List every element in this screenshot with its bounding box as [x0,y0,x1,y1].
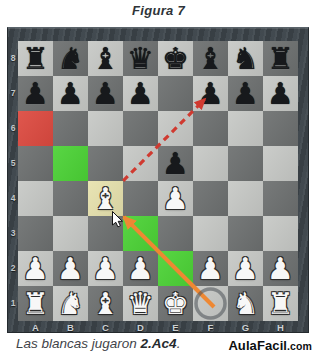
rank-label-5: 5 [8,146,18,181]
piece-black-pawn: ♟ [53,76,88,111]
brand-logo: AulaFacil.com [228,338,312,353]
square-e8[interactable]: ♚ [158,41,193,76]
piece-black-pawn: ♟ [18,76,53,111]
figure: Figura 7 87654321 ♜♞♝♛♚♝♞♜♟♟♟♟♟♟♟♟♝♟♟♟♟♟… [0,0,317,355]
square-g3[interactable] [228,216,263,251]
file-label-c: C [88,322,123,334]
square-f5[interactable] [193,146,228,181]
square-c1[interactable]: ♝ [88,286,123,321]
piece-black-rook: ♜ [18,41,53,76]
file-label-e: E [158,322,193,334]
piece-white-knight: ♞ [53,286,88,321]
piece-white-king: ♚ [158,286,193,321]
square-b6[interactable] [53,111,88,146]
square-f1[interactable] [193,286,228,321]
square-e7[interactable] [158,76,193,111]
square-e3[interactable] [158,216,193,251]
piece-white-pawn: ♟ [158,181,193,216]
square-h4[interactable] [263,181,298,216]
square-f7[interactable]: ♟ [193,76,228,111]
square-g2[interactable]: ♟ [228,251,263,286]
brand-name: AulaFacil [228,338,287,353]
rank-label-2: 2 [8,251,18,286]
square-g7[interactable]: ♟ [228,76,263,111]
square-g1[interactable]: ♞ [228,286,263,321]
file-label-f: F [193,322,228,334]
square-c4[interactable]: ♝ [88,181,123,216]
piece-white-queen: ♛ [123,286,158,321]
square-b2[interactable]: ♟ [53,251,88,286]
piece-black-bishop: ♝ [88,41,123,76]
piece-black-pawn: ♟ [88,76,123,111]
piece-white-pawn: ♟ [53,251,88,286]
square-g8[interactable]: ♞ [228,41,263,76]
rank-label-3: 3 [8,216,18,251]
square-f3[interactable] [193,216,228,251]
square-d7[interactable]: ♟ [123,76,158,111]
square-h8[interactable]: ♜ [263,41,298,76]
square-f6[interactable] [193,111,228,146]
square-c7[interactable]: ♟ [88,76,123,111]
piece-black-queen: ♛ [123,41,158,76]
square-b5[interactable] [53,146,88,181]
piece-black-pawn: ♟ [193,76,228,111]
square-h6[interactable] [263,111,298,146]
caption-move: 2.Ac4 [141,336,177,351]
rank-label-6: 6 [8,111,18,146]
square-a4[interactable] [18,181,53,216]
square-a6[interactable] [18,111,53,146]
square-d6[interactable] [123,111,158,146]
rank-labels: 87654321 [8,41,18,321]
square-f8[interactable]: ♝ [193,41,228,76]
square-f4[interactable] [193,181,228,216]
square-d5[interactable] [123,146,158,181]
piece-white-pawn: ♟ [123,251,158,286]
caption-period: . [177,336,181,351]
square-a5[interactable] [18,146,53,181]
square-d1[interactable]: ♛ [123,286,158,321]
square-c6[interactable] [88,111,123,146]
piece-white-pawn: ♟ [88,251,123,286]
piece-black-pawn: ♟ [263,76,298,111]
square-b8[interactable]: ♞ [53,41,88,76]
square-b1[interactable]: ♞ [53,286,88,321]
rank-label-1: 1 [8,286,18,321]
square-d2[interactable]: ♟ [123,251,158,286]
piece-white-rook: ♜ [263,286,298,321]
square-c2[interactable]: ♟ [88,251,123,286]
square-h2[interactable]: ♟ [263,251,298,286]
piece-white-knight: ♞ [228,286,263,321]
square-d4[interactable] [123,181,158,216]
rank-label-4: 4 [8,181,18,216]
brand-tld: .com [287,340,312,352]
piece-black-pawn: ♟ [158,146,193,181]
square-e1[interactable]: ♚ [158,286,193,321]
piece-white-pawn: ♟ [228,251,263,286]
file-label-a: A [18,322,53,334]
piece-white-pawn: ♟ [18,251,53,286]
figure-title: Figura 7 [0,3,317,18]
square-h3[interactable] [263,216,298,251]
piece-black-pawn: ♟ [228,76,263,111]
piece-white-pawn: ♟ [263,251,298,286]
move-caption: Las blancas jugaron 2.Ac4. [16,336,180,351]
square-d8[interactable]: ♛ [123,41,158,76]
file-label-d: D [123,322,158,334]
chess-board-frame: 87654321 ♜♞♝♛♚♝♞♜♟♟♟♟♟♟♟♟♝♟♟♟♟♟♟♟♟♜♞♝♛♚♞… [7,27,309,333]
square-e4[interactable]: ♟ [158,181,193,216]
square-f2[interactable]: ♟ [193,251,228,286]
file-label-g: G [228,322,263,334]
board[interactable]: ♜♞♝♛♚♝♞♜♟♟♟♟♟♟♟♟♝♟♟♟♟♟♟♟♟♜♞♝♛♚♞♜ [18,41,298,321]
piece-black-knight: ♞ [228,41,263,76]
square-g6[interactable] [228,111,263,146]
square-h1[interactable]: ♜ [263,286,298,321]
square-c8[interactable]: ♝ [88,41,123,76]
square-h5[interactable] [263,146,298,181]
file-label-h: H [263,322,298,334]
square-e5[interactable]: ♟ [158,146,193,181]
square-d3[interactable] [123,216,158,251]
file-label-b: B [53,322,88,334]
square-c5[interactable] [88,146,123,181]
rank-label-8: 8 [8,41,18,76]
square-a1[interactable]: ♜ [18,286,53,321]
square-c3[interactable] [88,216,123,251]
square-a7[interactable]: ♟ [18,76,53,111]
piece-white-bishop: ♝ [88,181,123,216]
piece-white-bishop: ♝ [88,286,123,321]
piece-black-knight: ♞ [53,41,88,76]
piece-white-pawn: ♟ [193,251,228,286]
piece-black-king: ♚ [158,41,193,76]
piece-white-rook: ♜ [18,286,53,321]
square-b4[interactable] [53,181,88,216]
piece-black-pawn: ♟ [123,76,158,111]
square-e2[interactable] [158,251,193,286]
square-a2[interactable]: ♟ [18,251,53,286]
square-g5[interactable] [228,146,263,181]
file-labels: ABCDEFGH [18,322,298,334]
square-b7[interactable]: ♟ [53,76,88,111]
square-a8[interactable]: ♜ [18,41,53,76]
square-b3[interactable] [53,216,88,251]
square-a3[interactable] [18,216,53,251]
rank-label-7: 7 [8,76,18,111]
square-g4[interactable] [228,181,263,216]
square-e6[interactable] [158,111,193,146]
piece-black-bishop: ♝ [193,41,228,76]
caption-text: Las blancas jugaron [16,336,141,351]
piece-black-rook: ♜ [263,41,298,76]
square-h7[interactable]: ♟ [263,76,298,111]
